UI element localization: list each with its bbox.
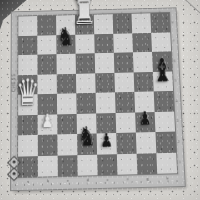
square-b8[interactable] [37,16,56,36]
black-pawn-e2[interactable]: ♟ [100,130,113,149]
square-g1[interactable] [137,153,158,174]
rank-label-right-1: 1 [178,159,180,164]
square-h2[interactable] [155,132,176,153]
file-label-bottom-g: g [146,176,149,181]
file-label-top-h: h [159,9,161,13]
black-knight-d2[interactable]: ♞ [78,123,96,150]
white-rook-d8[interactable]: ♜ [72,0,98,30]
rank-label-right-3: 3 [176,118,178,123]
square-e7[interactable] [94,33,114,53]
black-knight-c7[interactable]: ♞ [57,25,74,50]
white-pawn-b3[interactable]: ♟ [41,111,53,130]
file-label-top-a: a [27,12,29,16]
square-f5[interactable] [114,72,134,92]
square-a3[interactable] [18,114,38,135]
square-f7[interactable] [113,33,133,53]
board-logo-icon [7,157,20,185]
rank-label-right-4: 4 [175,98,177,103]
square-h8[interactable] [150,13,170,33]
square-b6[interactable] [37,54,56,74]
square-g5[interactable] [134,71,154,91]
square-e1[interactable] [97,154,117,176]
square-d6[interactable] [76,53,96,73]
square-h7[interactable] [151,32,171,52]
square-b2[interactable] [38,134,58,155]
square-g2[interactable] [136,132,157,153]
square-c3[interactable] [57,113,77,134]
black-bishop-h5[interactable]: ♝ [151,55,174,87]
black-pawn-g3[interactable]: ♟ [139,109,152,128]
square-b1[interactable] [38,155,58,177]
rank-label-right-7: 7 [172,39,174,44]
square-g6[interactable] [133,52,153,72]
rank-label-right-2: 2 [177,139,179,144]
file-label-bottom-e: e [106,177,108,182]
file-label-top-c: c [65,11,67,15]
file-label-bottom-f: f [127,176,129,181]
square-f6[interactable] [114,52,134,72]
chess-board: aabbccddeeffgghh87654321 CHESS ♜♞♝♛♟♟♞♟ [11,8,185,190]
square-e4[interactable] [96,92,116,113]
square-c6[interactable] [56,54,75,74]
board-grid [18,13,177,177]
file-label-top-b: b [46,12,48,16]
square-e5[interactable] [95,72,115,92]
square-c4[interactable] [57,93,77,114]
file-label-bottom-b: b [47,178,50,183]
square-e6[interactable] [95,53,115,73]
square-g8[interactable] [131,13,151,33]
square-d4[interactable] [76,93,96,114]
board-perspective-wrap: aabbccddeeffgghh87654321 CHESS ♜♞♝♛♟♟♞♟ [0,10,200,200]
file-label-top-e: e [102,10,104,14]
file-label-bottom-a: a [27,179,29,184]
square-a7[interactable] [18,35,37,55]
file-label-bottom-h: h [166,175,169,180]
square-f2[interactable] [116,133,136,154]
file-label-top-f: f [121,10,122,14]
rank-label-right-5: 5 [174,78,176,83]
file-label-bottom-d: d [86,177,89,182]
square-g7[interactable] [132,32,152,52]
square-d7[interactable] [75,34,94,54]
square-f8[interactable] [113,14,133,34]
square-d5[interactable] [76,73,96,93]
rank-label-right-6: 6 [173,58,175,63]
square-h1[interactable] [156,152,177,173]
square-a2[interactable] [18,135,38,156]
square-f1[interactable] [117,153,138,175]
square-c1[interactable] [58,155,78,177]
square-c5[interactable] [57,73,77,93]
square-f4[interactable] [115,92,135,113]
file-label-bottom-c: c [67,178,69,183]
rank-label-right-8: 8 [171,19,173,24]
file-label-top-g: g [140,10,142,14]
square-f3[interactable] [116,112,136,133]
square-a8[interactable] [18,16,37,36]
square-d1[interactable] [77,154,97,176]
square-h3[interactable] [155,111,175,132]
photo-frame: aabbccddeeffgghh87654321 CHESS ♜♞♝♛♟♟♞♟ [0,0,200,200]
square-c2[interactable] [57,134,77,155]
logo-diamond-bottom [7,167,21,181]
square-b7[interactable] [37,35,56,55]
square-b5[interactable] [37,74,56,94]
square-h4[interactable] [154,91,174,112]
white-queen-a4[interactable]: ♛ [16,73,40,110]
